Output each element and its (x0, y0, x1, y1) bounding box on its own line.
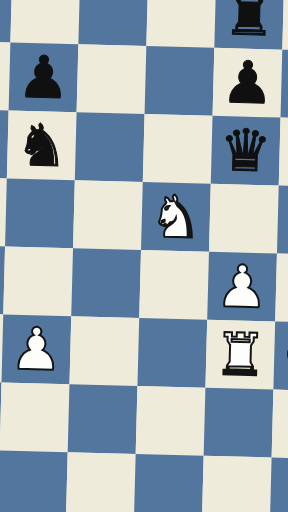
square-e2[interactable] (136, 386, 206, 456)
piece-black-queen-f6[interactable]: ♛ (211, 116, 281, 186)
square-g8[interactable] (282, 0, 288, 51)
square-g4[interactable] (275, 254, 288, 324)
piece-white-pawn-f4[interactable]: ♟ (207, 252, 277, 322)
square-d4[interactable] (71, 248, 141, 318)
piece-white-knight-e5[interactable]: ♞ (141, 182, 211, 252)
square-g7[interactable]: ♚ (281, 50, 288, 120)
square-c1[interactable] (0, 450, 68, 512)
square-d1[interactable] (66, 452, 136, 512)
piece-white-pawn-c3[interactable]: ♟ (1, 314, 71, 384)
square-f8[interactable]: ♜ (214, 0, 284, 50)
square-e3[interactable] (137, 318, 207, 388)
square-c6[interactable]: ♞ (7, 110, 77, 180)
square-e6[interactable] (143, 114, 213, 184)
square-d8[interactable] (78, 0, 148, 46)
square-f5[interactable] (209, 184, 279, 254)
square-f4[interactable]: ♟ (207, 252, 277, 322)
square-f7[interactable]: ♟ (213, 48, 283, 118)
square-c5[interactable] (5, 178, 75, 248)
square-e7[interactable] (145, 46, 215, 116)
square-g6[interactable] (279, 118, 288, 188)
square-c3[interactable]: ♟ (1, 314, 71, 384)
square-f6[interactable]: ♛ (211, 116, 281, 186)
square-e4[interactable] (139, 250, 209, 320)
square-c4[interactable] (3, 246, 73, 316)
square-e5[interactable]: ♞ (141, 182, 211, 252)
square-d5[interactable] (73, 180, 143, 250)
square-d7[interactable] (77, 44, 147, 114)
square-g5[interactable] (277, 186, 288, 256)
square-c2[interactable] (0, 382, 69, 452)
square-e8[interactable] (146, 0, 216, 48)
square-d3[interactable] (69, 316, 139, 386)
square-f1[interactable] (202, 456, 272, 512)
piece-black-pawn-f7[interactable]: ♟ (213, 48, 283, 118)
piece-white-rook-f3[interactable]: ♜ (205, 320, 275, 390)
square-g2[interactable] (272, 390, 288, 460)
piece-black-knight-c6[interactable]: ♞ (7, 110, 77, 180)
square-d6[interactable] (75, 112, 145, 182)
square-e1[interactable] (134, 454, 204, 512)
square-c7[interactable]: ♟ (9, 43, 79, 113)
chess-board: ♜♟♟♚♞♛♞♟♟♜♚ (0, 0, 288, 512)
square-d2[interactable] (68, 384, 138, 454)
app-screen: ♜♟♟♚♞♛♞♟♟♜♚ (0, 0, 288, 512)
piece-black-pawn-c7[interactable]: ♟ (9, 43, 79, 113)
square-g3[interactable]: ♚ (273, 322, 288, 392)
piece-white-king-g3[interactable]: ♚ (273, 322, 288, 392)
square-g1[interactable] (270, 457, 288, 512)
piece-black-rook-f8[interactable]: ♜ (214, 0, 284, 50)
square-f2[interactable] (204, 388, 274, 458)
square-f3[interactable]: ♜ (205, 320, 275, 390)
piece-black-king-g7[interactable]: ♚ (281, 50, 288, 120)
square-c8[interactable] (10, 0, 80, 44)
